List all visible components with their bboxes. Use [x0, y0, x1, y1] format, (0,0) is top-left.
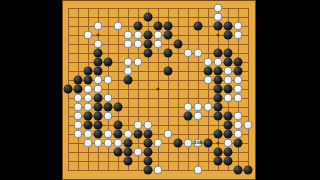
white-stone: [84, 85, 93, 94]
go-board[interactable]: 150: [62, 0, 256, 180]
white-stone: [194, 103, 203, 112]
white-stone: [234, 31, 243, 40]
white-stone: [114, 22, 123, 31]
black-stone: [114, 148, 123, 157]
black-stone: [94, 58, 103, 67]
white-stone: [94, 22, 103, 31]
white-stone: [74, 103, 83, 112]
black-stone: [94, 130, 103, 139]
white-stone: [124, 40, 133, 49]
black-stone: [144, 31, 153, 40]
black-stone: [144, 148, 153, 157]
white-stone: [214, 58, 223, 67]
white-stone: [134, 31, 143, 40]
white-stone: [224, 67, 233, 76]
white-stone: [224, 76, 233, 85]
white-stone: [74, 94, 83, 103]
black-stone: [224, 121, 233, 130]
white-stone: [194, 166, 203, 175]
white-stone: [204, 58, 213, 67]
white-stone: [234, 85, 243, 94]
black-stone: [124, 139, 133, 148]
black-stone: [124, 148, 133, 157]
left-letterbox-bar: [0, 0, 62, 180]
white-stone: [124, 58, 133, 67]
black-stone: [84, 67, 93, 76]
black-stone: [104, 103, 113, 112]
hoshi-point: [217, 34, 220, 37]
white-stone: [74, 121, 83, 130]
white-stone: [214, 4, 223, 13]
black-stone: [134, 22, 143, 31]
black-stone: [224, 130, 233, 139]
white-stone: [74, 130, 83, 139]
white-stone: [234, 112, 243, 121]
black-stone: [144, 157, 153, 166]
white-stone: [94, 85, 103, 94]
black-stone: [214, 130, 223, 139]
black-stone: [164, 67, 173, 76]
white-stone: [134, 121, 143, 130]
white-stone: [114, 139, 123, 148]
black-stone: [234, 166, 243, 175]
black-stone: [214, 157, 223, 166]
black-stone: [134, 130, 143, 139]
black-stone: [214, 22, 223, 31]
black-stone: [84, 76, 93, 85]
white-stone: [234, 22, 243, 31]
white-stone: [184, 49, 193, 58]
black-stone: [214, 67, 223, 76]
black-stone: [144, 166, 153, 175]
black-stone: [84, 121, 93, 130]
black-stone: [224, 31, 233, 40]
black-stone: [94, 121, 103, 130]
white-stone: [94, 139, 103, 148]
white-stone: 150: [194, 139, 203, 148]
white-stone: [94, 76, 103, 85]
black-stone: [224, 22, 233, 31]
white-stone: [164, 130, 173, 139]
move-number-label: 150: [194, 141, 202, 146]
white-stone: [204, 103, 213, 112]
hoshi-point: [157, 88, 160, 91]
hoshi-point: [217, 142, 220, 145]
white-stone: [214, 13, 223, 22]
white-stone: [104, 76, 113, 85]
black-stone: [144, 13, 153, 22]
white-stone: [204, 76, 213, 85]
white-stone: [234, 94, 243, 103]
black-stone: [214, 76, 223, 85]
black-stone: [144, 130, 153, 139]
white-stone: [224, 94, 233, 103]
white-stone: [104, 94, 113, 103]
black-stone: [144, 139, 153, 148]
black-stone: [214, 103, 223, 112]
black-stone: [224, 157, 233, 166]
black-stone: [214, 148, 223, 157]
white-stone: [74, 112, 83, 121]
white-stone: [94, 40, 103, 49]
black-stone: [124, 76, 133, 85]
black-stone: [114, 103, 123, 112]
hoshi-point: [97, 34, 100, 37]
white-stone: [84, 130, 93, 139]
black-stone: [224, 112, 233, 121]
white-stone: [234, 130, 243, 139]
black-stone: [144, 40, 153, 49]
black-stone: [214, 49, 223, 58]
white-stone: [184, 139, 193, 148]
black-stone: [94, 49, 103, 58]
black-stone: [174, 40, 183, 49]
white-stone: [124, 67, 133, 76]
black-stone: [164, 49, 173, 58]
white-stone: [84, 94, 93, 103]
black-stone: [214, 85, 223, 94]
black-stone: [64, 85, 73, 94]
black-stone: [244, 166, 253, 175]
black-stone: [234, 67, 243, 76]
black-stone: [224, 58, 233, 67]
white-stone: [84, 31, 93, 40]
white-stone: [234, 76, 243, 85]
black-stone: [224, 85, 233, 94]
black-stone: [104, 58, 113, 67]
white-stone: [84, 139, 93, 148]
black-stone: [114, 130, 123, 139]
white-stone: [134, 148, 143, 157]
white-stone: [144, 121, 153, 130]
black-stone: [84, 112, 93, 121]
black-stone: [164, 22, 173, 31]
white-stone: [104, 130, 113, 139]
black-stone: [174, 139, 183, 148]
black-stone: [224, 148, 233, 157]
black-stone: [94, 67, 103, 76]
black-stone: [204, 67, 213, 76]
white-stone: [184, 103, 193, 112]
black-stone: [94, 103, 103, 112]
white-stone: [234, 121, 243, 130]
black-stone: [214, 112, 223, 121]
white-stone: [224, 139, 233, 148]
black-stone: [124, 157, 133, 166]
black-stone: [94, 94, 103, 103]
black-stone: [234, 58, 243, 67]
black-stone: [144, 49, 153, 58]
white-stone: [154, 139, 163, 148]
white-stone: [244, 121, 253, 130]
white-stone: [104, 139, 113, 148]
white-stone: [154, 31, 163, 40]
white-stone: [124, 130, 133, 139]
black-stone: [184, 112, 193, 121]
right-letterbox-bar: [256, 0, 320, 180]
white-stone: [154, 166, 163, 175]
white-stone: [84, 103, 93, 112]
black-stone: [234, 139, 243, 148]
black-stone: [224, 49, 233, 58]
black-stone: [164, 31, 173, 40]
white-stone: [124, 31, 133, 40]
black-stone: [204, 139, 213, 148]
white-stone: [134, 40, 143, 49]
white-stone: [194, 49, 203, 58]
black-stone: [194, 22, 203, 31]
white-stone: [104, 112, 113, 121]
black-stone: [94, 112, 103, 121]
black-stone: [214, 94, 223, 103]
black-stone: [74, 85, 83, 94]
black-stone: [114, 121, 123, 130]
black-stone: [74, 76, 83, 85]
white-stone: [134, 58, 143, 67]
black-stone: [154, 22, 163, 31]
white-stone: [154, 40, 163, 49]
white-stone: [194, 112, 203, 121]
